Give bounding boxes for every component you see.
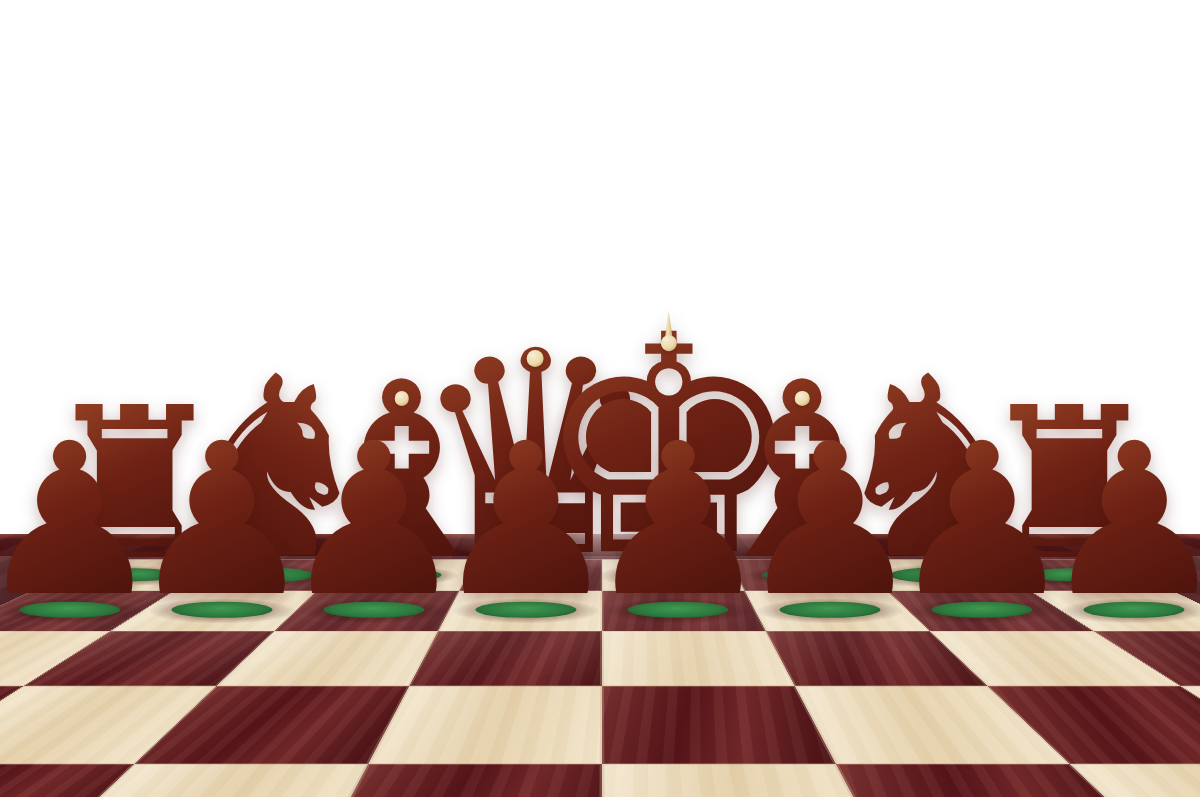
king-finial-ball: [661, 335, 677, 351]
pawn-glyph: ♟: [1040, 416, 1200, 626]
pieces-layer: ♜♞♝♛♚♝♞♜♟♟♟♟♟♟♟♟: [0, 0, 1200, 797]
chess-scene: ♜♞♝♛♚♝♞♜♟♟♟♟♟♟♟♟: [0, 0, 1200, 797]
piece-black-pawn-h7: ♟: [1040, 416, 1200, 626]
